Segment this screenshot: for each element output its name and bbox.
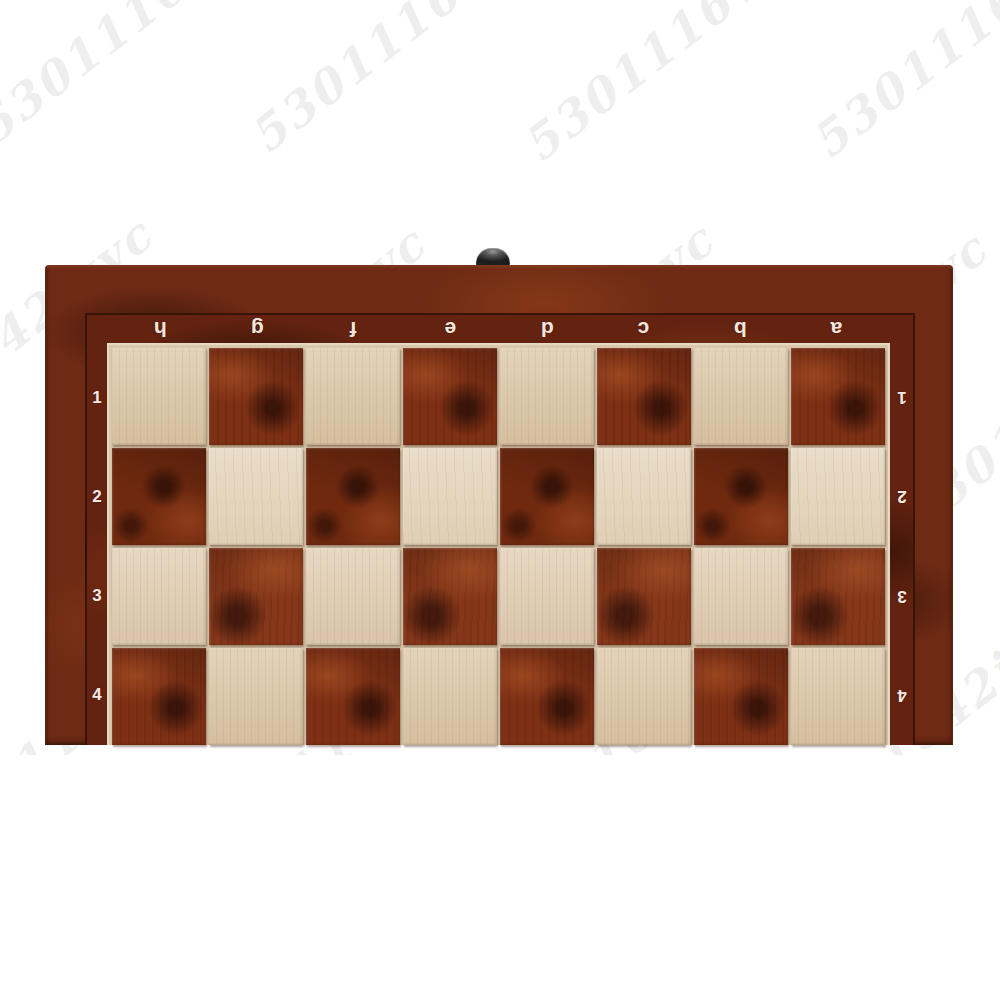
- file-labels-row: hgfedcba: [112, 317, 885, 341]
- playing-area-frame: [107, 343, 890, 745]
- square-c2: [597, 448, 691, 545]
- square-a1: [791, 348, 885, 445]
- square-a2: [791, 448, 885, 545]
- file-label-a: a: [788, 317, 885, 341]
- square-c1: [597, 348, 691, 445]
- file-label-d: d: [499, 317, 596, 341]
- square-d1: [500, 348, 594, 445]
- rank-labels-right: 1234: [891, 348, 913, 745]
- square-d2: [500, 448, 594, 545]
- square-f3: [306, 548, 400, 645]
- square-b2: [694, 448, 788, 545]
- square-e1: [403, 348, 497, 445]
- square-f1: [306, 348, 400, 445]
- rank-label-left-2: 2: [87, 447, 107, 546]
- squares-grid: [112, 348, 885, 745]
- file-label-f: f: [305, 317, 402, 341]
- square-h3: [112, 548, 206, 645]
- rank-label-right-3: 3: [891, 547, 913, 646]
- square-h2: [112, 448, 206, 545]
- square-e3: [403, 548, 497, 645]
- rank-label-right-1: 1: [891, 348, 913, 447]
- file-label-e: e: [402, 317, 499, 341]
- square-f4: [306, 648, 400, 745]
- square-c3: [597, 548, 691, 645]
- rank-label-left-1: 1: [87, 348, 107, 447]
- square-h1: [112, 348, 206, 445]
- square-b3: [694, 548, 788, 645]
- square-a4: [791, 648, 885, 745]
- square-a3: [791, 548, 885, 645]
- file-label-g: g: [209, 317, 306, 341]
- square-d3: [500, 548, 594, 645]
- square-d4: [500, 648, 594, 745]
- file-label-c: c: [595, 317, 692, 341]
- product-photo-page: { "game": { "name": "chess", "item": "fo…: [0, 0, 1000, 1000]
- rank-labels-left: 1234: [87, 348, 107, 745]
- square-g1: [209, 348, 303, 445]
- square-f2: [306, 448, 400, 545]
- square-g4: [209, 648, 303, 745]
- chess-board: hgfedcba 1234 1234: [45, 265, 953, 745]
- square-g3: [209, 548, 303, 645]
- file-label-h: h: [112, 317, 209, 341]
- rank-label-right-4: 4: [891, 646, 913, 745]
- rank-label-left-3: 3: [87, 547, 107, 646]
- square-e4: [403, 648, 497, 745]
- rank-label-left-4: 4: [87, 646, 107, 745]
- file-label-b: b: [692, 317, 789, 341]
- rank-label-right-2: 2: [891, 447, 913, 546]
- coordinate-band: hgfedcba 1234 1234: [85, 313, 915, 745]
- square-c4: [597, 648, 691, 745]
- square-h4: [112, 648, 206, 745]
- square-g2: [209, 448, 303, 545]
- square-b1: [694, 348, 788, 445]
- square-b4: [694, 648, 788, 745]
- square-e2: [403, 448, 497, 545]
